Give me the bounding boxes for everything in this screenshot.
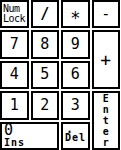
numeric-keypad: Num Lock / * - 7 8 9 + 4 5 6 1 2 3 Enter (0, 0, 120, 150)
key-2[interactable]: 2 (31, 91, 60, 119)
key-5-label: 5 (40, 67, 49, 82)
key-multiply[interactable]: * (61, 0, 90, 28)
key-divide-label: / (40, 7, 49, 22)
key-8[interactable]: 8 (31, 30, 60, 58)
key-3-label: 3 (71, 98, 80, 113)
key-6[interactable]: 6 (61, 61, 90, 89)
key-0-label: 0 (4, 124, 13, 137)
key-divide[interactable]: / (31, 0, 60, 28)
key-add[interactable]: + (92, 30, 121, 89)
key-decimal[interactable]: . Del (61, 122, 90, 150)
key-1-label: 1 (10, 98, 19, 113)
key-add-label: + (100, 51, 111, 69)
key-7[interactable]: 7 (0, 30, 29, 58)
key-enter[interactable]: Enter (92, 91, 121, 150)
key-subtract[interactable]: - (92, 0, 121, 28)
key-numlock-label: Num Lock (2, 4, 27, 24)
key-subtract-label: - (101, 7, 110, 22)
key-3[interactable]: 3 (61, 91, 90, 119)
key-9[interactable]: 9 (61, 30, 90, 58)
key-decimal-sublabel: Del (65, 132, 86, 143)
key-enter-label: Enter (102, 93, 109, 148)
key-numlock[interactable]: Num Lock (0, 0, 29, 28)
key-4-label: 4 (10, 67, 19, 82)
key-9-label: 9 (71, 37, 80, 52)
key-4[interactable]: 4 (0, 61, 29, 89)
key-decimal-label: . (65, 124, 74, 132)
key-7-label: 7 (10, 37, 19, 52)
key-5[interactable]: 5 (31, 61, 60, 89)
key-0[interactable]: 0 Ins (0, 122, 59, 150)
key-6-label: 6 (71, 67, 80, 82)
key-0-sublabel: Ins (4, 137, 25, 148)
key-multiply-label: * (70, 10, 80, 27)
key-8-label: 8 (40, 37, 49, 52)
key-2-label: 2 (40, 98, 49, 113)
key-1[interactable]: 1 (0, 91, 29, 119)
